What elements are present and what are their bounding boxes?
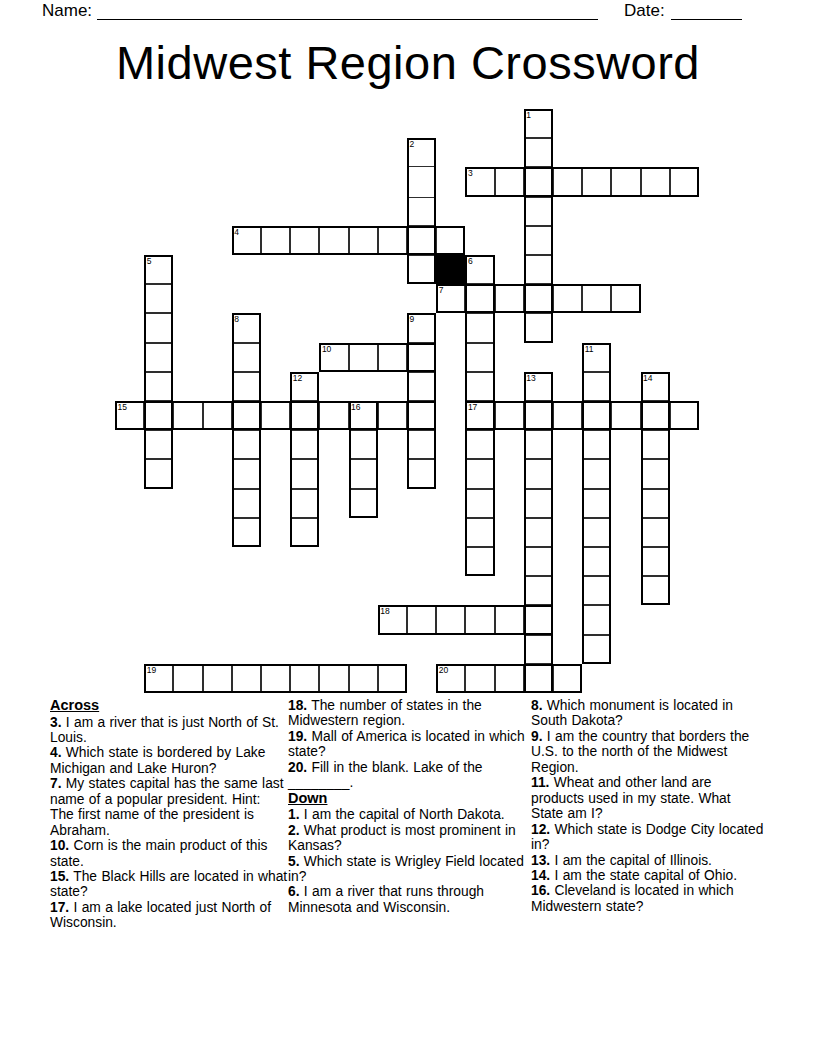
grid-cell[interactable]	[261, 226, 290, 255]
clue-item-2: 2. What product is most prominent in Kan…	[288, 823, 531, 854]
grid-cell[interactable]	[319, 226, 348, 255]
clue-item-11: 11. Wheat and other land are products us…	[531, 775, 764, 821]
grid-cell[interactable]	[582, 343, 611, 372]
grid-cell[interactable]	[524, 547, 553, 576]
grid-cell[interactable]	[232, 459, 261, 488]
clue-item-7: 7. My states capital has the same last n…	[50, 776, 288, 838]
grid-cell[interactable]	[524, 576, 553, 605]
grid-cell[interactable]	[465, 489, 494, 518]
grid-cell[interactable]	[144, 255, 173, 284]
grid-cell[interactable]	[524, 664, 553, 693]
clue-item-15: 15. The Black Hills are located in what …	[50, 869, 288, 900]
grid-cell[interactable]	[203, 401, 232, 430]
grid-cell[interactable]	[465, 518, 494, 547]
clue-item-12: 12. Which state is Dodge City located in…	[531, 822, 764, 853]
grid-cell[interactable]	[290, 459, 319, 488]
clue-number: 14.	[531, 868, 550, 883]
page-title: Midwest Region Crossword	[0, 36, 816, 90]
grid-cell[interactable]	[524, 489, 553, 518]
clues-section: Across3. I am a river that is just North…	[50, 698, 766, 931]
grid-cell[interactable]	[144, 401, 173, 430]
grid-cell[interactable]	[495, 664, 524, 693]
clue-column-1: Across3. I am a river that is just North…	[50, 698, 288, 931]
clue-column-2: 18. The number of states in the Midweste…	[288, 698, 531, 931]
grid-cell[interactable]	[582, 459, 611, 488]
grid-cell[interactable]	[203, 664, 232, 693]
down-header: Down	[288, 791, 531, 807]
grid-cell[interactable]	[232, 343, 261, 372]
clue-number: 10.	[50, 838, 69, 853]
grid-cell[interactable]	[407, 255, 436, 284]
grid-cell[interactable]	[378, 343, 407, 372]
grid-cell[interactable]	[232, 430, 261, 459]
grid-cell[interactable]	[465, 547, 494, 576]
clue-item-8: 8. Which monument is located in South Da…	[531, 698, 764, 729]
grid-cell[interactable]	[232, 226, 261, 255]
grid-cell[interactable]	[465, 664, 494, 693]
grid-cell[interactable]	[232, 401, 261, 430]
clue-item-9: 9. I am the country that borders the U.S…	[531, 729, 764, 775]
grid-cell[interactable]	[641, 489, 670, 518]
grid-cell[interactable]	[582, 635, 611, 664]
clue-number: 7.	[50, 776, 62, 791]
grid-cell[interactable]	[144, 664, 173, 693]
grid-cell[interactable]	[611, 284, 640, 313]
black-cell	[436, 255, 465, 284]
clue-number: 18.	[288, 698, 307, 713]
grid-cell[interactable]	[524, 635, 553, 664]
grid-cell[interactable]	[641, 430, 670, 459]
grid-cell[interactable]	[582, 372, 611, 401]
grid-cell[interactable]	[407, 459, 436, 488]
grid-cell[interactable]	[582, 576, 611, 605]
clue-number: 20.	[288, 760, 307, 775]
grid-cell[interactable]	[290, 430, 319, 459]
grid-cell[interactable]	[319, 343, 348, 372]
grid-cell[interactable]	[465, 167, 494, 196]
grid-cell[interactable]	[407, 343, 436, 372]
grid-cell[interactable]	[582, 518, 611, 547]
name-label: Name:	[42, 1, 92, 21]
grid-cell[interactable]	[641, 518, 670, 547]
grid-cell[interactable]	[290, 401, 319, 430]
clue-number: 12.	[531, 822, 550, 837]
grid-cell[interactable]	[582, 284, 611, 313]
clue-number: 13.	[531, 853, 550, 868]
grid-cell[interactable]	[553, 167, 582, 196]
grid-cell[interactable]	[553, 284, 582, 313]
grid-cell[interactable]	[290, 518, 319, 547]
grid-cell[interactable]	[144, 459, 173, 488]
grid-cell[interactable]	[465, 605, 494, 634]
grid-cell[interactable]	[524, 197, 553, 226]
grid-cell[interactable]	[524, 430, 553, 459]
clue-item-10: 10. Corn is the main product of this sta…	[50, 838, 288, 869]
grid-cell[interactable]	[232, 489, 261, 518]
grid-cell[interactable]	[495, 401, 524, 430]
grid-cell[interactable]	[641, 547, 670, 576]
grid-cell[interactable]	[378, 226, 407, 255]
grid-cell[interactable]	[349, 401, 378, 430]
grid-cell[interactable]	[144, 313, 173, 342]
grid-cell[interactable]	[261, 664, 290, 693]
grid-cell[interactable]	[465, 255, 494, 284]
grid-cell[interactable]	[232, 313, 261, 342]
grid-cell[interactable]	[378, 664, 407, 693]
grid-cell[interactable]	[407, 430, 436, 459]
clue-number: 1.	[288, 807, 300, 822]
crossword-grid: 1234567891011121314151617181920	[115, 109, 699, 693]
clue-item-17: 17. I am a lake located just North of Wi…	[50, 900, 288, 931]
grid-cell[interactable]	[232, 518, 261, 547]
grid-cell[interactable]	[524, 109, 553, 138]
grid-cell[interactable]	[407, 197, 436, 226]
grid-cell[interactable]	[349, 459, 378, 488]
clue-number: 9.	[531, 729, 543, 744]
clue-number: 5.	[288, 854, 300, 869]
clue-item-14: 14. I am the state capital of Ohio.	[531, 868, 764, 883]
grid-cell[interactable]	[436, 284, 465, 313]
grid-cell[interactable]	[407, 605, 436, 634]
grid-cell[interactable]	[582, 489, 611, 518]
clue-number: 16.	[531, 883, 550, 898]
grid-cell[interactable]	[378, 401, 407, 430]
grid-cell[interactable]	[407, 226, 436, 255]
grid-cell[interactable]	[582, 430, 611, 459]
grid-cell[interactable]	[407, 401, 436, 430]
grid-cell[interactable]	[524, 401, 553, 430]
clue-item-20: 20. Fill in the blank. Lake of the _____…	[288, 760, 531, 791]
grid-cell[interactable]	[349, 664, 378, 693]
grid-cell[interactable]	[349, 226, 378, 255]
grid-cell[interactable]	[524, 372, 553, 401]
grid-cell[interactable]	[641, 576, 670, 605]
grid-cell[interactable]	[670, 401, 699, 430]
grid-cell[interactable]	[144, 284, 173, 313]
grid-cell[interactable]	[349, 430, 378, 459]
grid-cell[interactable]	[582, 401, 611, 430]
grid-cell[interactable]	[144, 372, 173, 401]
grid-cell[interactable]	[670, 167, 699, 196]
grid-cell[interactable]	[232, 372, 261, 401]
grid-cell[interactable]	[349, 343, 378, 372]
grid-cell[interactable]	[611, 167, 640, 196]
grid-cell[interactable]	[115, 401, 144, 430]
grid-cell[interactable]	[524, 605, 553, 634]
clue-item-16: 16. Cleveland is located in which Midwes…	[531, 883, 764, 914]
grid-cell[interactable]	[407, 372, 436, 401]
grid-cell[interactable]	[407, 313, 436, 342]
grid-cell[interactable]	[495, 167, 524, 196]
clue-number: 6.	[288, 884, 300, 899]
grid-cell[interactable]	[290, 372, 319, 401]
grid-cell[interactable]	[290, 226, 319, 255]
grid-cell[interactable]	[173, 401, 202, 430]
grid-cell[interactable]	[495, 605, 524, 634]
grid-cell[interactable]	[144, 430, 173, 459]
clue-number: 8.	[531, 698, 543, 713]
grid-cell[interactable]	[173, 664, 202, 693]
across-header: Across	[50, 698, 288, 714]
name-fill-line[interactable]	[97, 19, 598, 20]
grid-cell[interactable]	[319, 664, 348, 693]
grid-cell[interactable]	[641, 401, 670, 430]
grid-cell[interactable]	[524, 226, 553, 255]
clue-item-3: 3. I am a river that is just North of St…	[50, 715, 288, 746]
clue-column-3: 8. Which monument is located in South Da…	[531, 698, 766, 931]
clue-number: 3.	[50, 715, 62, 730]
clue-number: 17.	[50, 900, 69, 915]
grid-cell[interactable]	[465, 401, 494, 430]
grid-cell[interactable]	[524, 518, 553, 547]
grid-cell[interactable]	[495, 284, 524, 313]
grid-cell[interactable]	[553, 664, 582, 693]
clue-number: 2.	[288, 823, 300, 838]
grid-cell[interactable]	[641, 167, 670, 196]
grid-cell[interactable]	[319, 401, 348, 430]
date-label: Date:	[624, 1, 665, 21]
grid-cell[interactable]	[524, 313, 553, 342]
grid-cell[interactable]	[611, 401, 640, 430]
clue-item-19: 19. Mall of America is located in which …	[288, 729, 531, 760]
grid-cell[interactable]	[641, 459, 670, 488]
grid-cell[interactable]	[465, 343, 494, 372]
clue-item-4: 4. Which state is bordered by Lake Michi…	[50, 745, 288, 776]
grid-cell[interactable]	[465, 284, 494, 313]
grid-cell[interactable]	[407, 138, 436, 167]
grid-cell[interactable]	[290, 664, 319, 693]
clue-number: 19.	[288, 729, 307, 744]
grid-cell[interactable]	[290, 489, 319, 518]
grid-cell[interactable]	[465, 459, 494, 488]
grid-cell[interactable]	[261, 401, 290, 430]
grid-cell[interactable]	[524, 138, 553, 167]
grid-cell[interactable]	[641, 372, 670, 401]
clue-item-1: 1. I am the capital of North Dakota.	[288, 807, 531, 822]
clue-item-5: 5. Which state is Wrigley Field located …	[288, 854, 531, 885]
grid-cell[interactable]	[524, 284, 553, 313]
grid-cell[interactable]	[378, 605, 407, 634]
grid-cell[interactable]	[582, 167, 611, 196]
grid-cell[interactable]	[524, 255, 553, 284]
grid-cell[interactable]	[582, 605, 611, 634]
grid-cell[interactable]	[349, 489, 378, 518]
grid-cell[interactable]	[524, 167, 553, 196]
clue-number: 11.	[531, 775, 549, 790]
clue-item-18: 18. The number of states in the Midweste…	[288, 698, 531, 729]
grid-cell[interactable]	[436, 605, 465, 634]
grid-cell[interactable]	[144, 343, 173, 372]
grid-cell[interactable]	[436, 664, 465, 693]
grid-cell[interactable]	[524, 459, 553, 488]
date-fill-line[interactable]	[671, 19, 742, 20]
grid-cell[interactable]	[465, 313, 494, 342]
clue-item-13: 13. I am the capital of Illinois.	[531, 853, 764, 868]
grid-cell[interactable]	[553, 401, 582, 430]
grid-cell[interactable]	[436, 226, 465, 255]
clue-number: 15.	[50, 869, 69, 884]
grid-cell[interactable]	[465, 372, 494, 401]
grid-cell[interactable]	[465, 430, 494, 459]
grid-cell[interactable]	[582, 547, 611, 576]
clue-item-6: 6. I am a river that runs through Minnes…	[288, 884, 531, 915]
clue-number: 4.	[50, 745, 62, 760]
grid-cell[interactable]	[232, 664, 261, 693]
